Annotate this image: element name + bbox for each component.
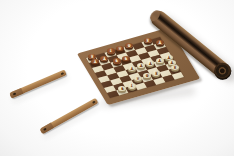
strap-upper-anchor-stud-icon	[60, 72, 63, 75]
knight-icon: ♞	[124, 56, 128, 61]
pawn-icon: ♟	[130, 66, 134, 71]
bishop-icon: ♝	[109, 48, 113, 53]
pawn-icon: ♟	[148, 60, 152, 65]
pawn-icon: ♟	[102, 56, 106, 61]
piece-cream-pawn-d4: ♟	[128, 66, 136, 71]
piece-cream-queen-d2: ♛	[134, 76, 142, 81]
queen-icon: ♛	[118, 46, 122, 51]
piece-brown-knight-d6: ♞	[122, 56, 130, 61]
strap-upper	[9, 70, 67, 99]
pawn-icon: ♟	[139, 63, 143, 68]
piece-brown-pawn-a7: ♟	[91, 59, 99, 64]
rook-icon: ♜	[154, 70, 158, 75]
rook-icon: ♜	[173, 65, 177, 70]
board-cell-h1	[172, 72, 184, 80]
piece-cream-bishop-c1: ♝	[128, 83, 136, 88]
king-icon: ♚	[127, 43, 131, 48]
rolled-flap-far-end	[148, 9, 162, 23]
queen-icon: ♛	[136, 76, 140, 81]
king-icon: ♚	[145, 73, 149, 78]
piece-cream-pawn-g4: ♟	[156, 58, 164, 63]
piece-brown-rook-g8: ♜	[144, 38, 152, 43]
piece-cream-rook-f2: ♜	[152, 70, 160, 75]
piece-brown-rook-a8: ♜	[88, 54, 96, 59]
rook-icon: ♜	[90, 53, 94, 58]
rook-icon: ♜	[146, 38, 150, 43]
photo-canvas: ♜♝♛♚♜♟♟♟♞♞♟♟♟♟♟♟♛♚♜♜♞♝	[0, 0, 234, 156]
piece-brown-queen-d8: ♛	[116, 46, 124, 51]
bishop-icon: ♝	[130, 83, 134, 88]
knight-icon: ♞	[115, 58, 119, 63]
pawn-icon: ♟	[158, 58, 162, 63]
piece-brown-knight-c6: ♞	[113, 58, 121, 63]
strap-lower	[40, 98, 99, 134]
piece-cream-pawn-f4: ♟	[146, 60, 154, 65]
piece-brown-bishop-c8: ♝	[107, 48, 115, 53]
pawn-icon: ♟	[93, 58, 97, 63]
lower-strap-shadow	[42, 103, 100, 138]
strap-lower-anchor-stud-icon	[92, 100, 96, 104]
knight-icon: ♞	[120, 86, 124, 91]
pawn-icon: ♟	[158, 40, 162, 45]
